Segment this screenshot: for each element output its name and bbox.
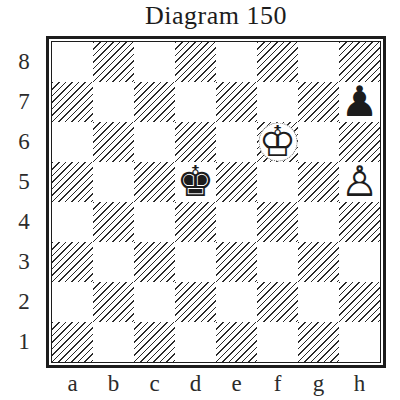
square-b8: [93, 42, 134, 82]
board-frame: ♟♔♚♙: [46, 36, 386, 368]
square-g6: [298, 122, 339, 162]
square-d3: [175, 242, 216, 282]
file-label-e: e: [216, 371, 257, 397]
black-pawn-piece: ♟: [341, 82, 379, 122]
file-label-d: d: [175, 371, 216, 397]
square-h6: [339, 122, 380, 162]
square-e5: [216, 162, 257, 202]
rank-label-1: 1: [12, 322, 36, 362]
square-c8: [134, 42, 175, 82]
rank-label-7: 7: [12, 82, 36, 122]
square-f6: ♔: [257, 122, 298, 162]
file-label-a: a: [52, 371, 93, 397]
square-d7: [175, 82, 216, 122]
square-d4: [175, 202, 216, 242]
square-h1: [339, 322, 380, 362]
rank-label-5: 5: [12, 162, 36, 202]
square-a5: [52, 162, 93, 202]
square-h3: [339, 242, 380, 282]
square-d6: [175, 122, 216, 162]
square-e2: [216, 282, 257, 322]
square-e1: [216, 322, 257, 362]
square-g3: [298, 242, 339, 282]
square-f5: [257, 162, 298, 202]
square-f1: [257, 322, 298, 362]
square-e3: [216, 242, 257, 282]
square-d1: [175, 322, 216, 362]
square-g1: [298, 322, 339, 362]
square-f3: [257, 242, 298, 282]
square-h4: [339, 202, 380, 242]
file-label-f: f: [257, 371, 298, 397]
square-c4: [134, 202, 175, 242]
square-f2: [257, 282, 298, 322]
chess-board: ♟♔♚♙: [51, 41, 381, 363]
square-b1: [93, 322, 134, 362]
square-e7: [216, 82, 257, 122]
square-b7: [93, 82, 134, 122]
square-c6: [134, 122, 175, 162]
square-f7: [257, 82, 298, 122]
square-c2: [134, 282, 175, 322]
square-g2: [298, 282, 339, 322]
square-b5: [93, 162, 134, 202]
square-b2: [93, 282, 134, 322]
square-a8: [52, 42, 93, 82]
square-g4: [298, 202, 339, 242]
file-label-b: b: [93, 371, 134, 397]
rank-label-2: 2: [12, 282, 36, 322]
rank-label-6: 6: [12, 122, 36, 162]
white-king-piece: ♔: [259, 122, 297, 162]
square-a2: [52, 282, 93, 322]
square-e8: [216, 42, 257, 82]
square-g7: [298, 82, 339, 122]
square-c3: [134, 242, 175, 282]
rank-labels: 87654321: [12, 42, 36, 362]
square-g5: [298, 162, 339, 202]
file-label-c: c: [134, 371, 175, 397]
rank-label-8: 8: [12, 42, 36, 82]
black-king-piece: ♚: [177, 162, 215, 202]
square-a4: [52, 202, 93, 242]
square-a6: [52, 122, 93, 162]
square-c5: [134, 162, 175, 202]
file-labels: abcdefgh: [52, 371, 380, 397]
square-d5: ♚: [175, 162, 216, 202]
square-b6: [93, 122, 134, 162]
white-pawn-piece: ♙: [341, 162, 379, 202]
square-h2: [339, 282, 380, 322]
square-h7: ♟: [339, 82, 380, 122]
square-f8: [257, 42, 298, 82]
square-f4: [257, 202, 298, 242]
square-e6: [216, 122, 257, 162]
chess-diagram-page: Diagram 150 87654321 ♟♔♚♙ abcdefgh: [0, 0, 400, 400]
square-d2: [175, 282, 216, 322]
square-e4: [216, 202, 257, 242]
square-b3: [93, 242, 134, 282]
square-b4: [93, 202, 134, 242]
square-a3: [52, 242, 93, 282]
square-a1: [52, 322, 93, 362]
file-label-h: h: [339, 371, 380, 397]
diagram-title: Diagram 150: [46, 1, 386, 31]
square-h5: ♙: [339, 162, 380, 202]
rank-label-4: 4: [12, 202, 36, 242]
rank-label-3: 3: [12, 242, 36, 282]
square-d8: [175, 42, 216, 82]
square-c7: [134, 82, 175, 122]
square-g8: [298, 42, 339, 82]
file-label-g: g: [298, 371, 339, 397]
square-h8: [339, 42, 380, 82]
square-c1: [134, 322, 175, 362]
square-a7: [52, 82, 93, 122]
